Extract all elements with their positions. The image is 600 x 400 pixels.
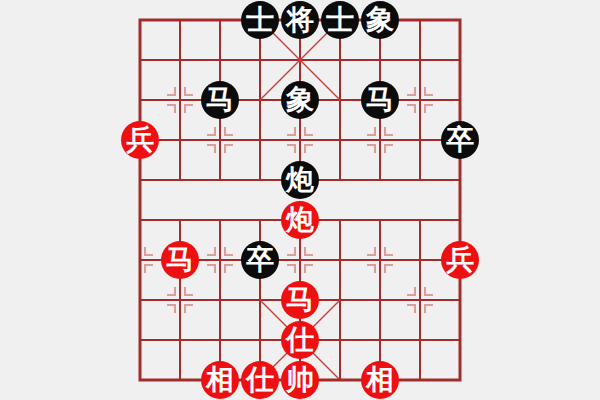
board-point[interactable]: 象: [360, 0, 400, 40]
black-cannon-piece[interactable]: 炮: [281, 161, 319, 199]
red-horse-piece[interactable]: 马: [161, 241, 199, 279]
board-point[interactable]: [120, 200, 160, 240]
board-point[interactable]: [160, 40, 200, 80]
board-point[interactable]: [240, 280, 280, 320]
board-point[interactable]: [160, 80, 200, 120]
board-point[interactable]: [200, 0, 240, 40]
board-point[interactable]: [120, 360, 160, 400]
board-point[interactable]: [440, 320, 480, 360]
red-advisor-piece[interactable]: 仕: [281, 321, 319, 359]
red-soldier-piece[interactable]: 兵: [441, 241, 479, 279]
board-point[interactable]: [440, 280, 480, 320]
board-point[interactable]: 马: [160, 240, 200, 280]
board-point[interactable]: 马: [360, 80, 400, 120]
black-soldier-piece[interactable]: 卒: [241, 241, 279, 279]
board-point[interactable]: [200, 200, 240, 240]
board-point[interactable]: 象: [280, 80, 320, 120]
black-elephant-piece[interactable]: 象: [361, 1, 399, 39]
board-point[interactable]: 马: [280, 280, 320, 320]
board-point[interactable]: [280, 40, 320, 80]
board-point[interactable]: [400, 280, 440, 320]
board-point[interactable]: [160, 280, 200, 320]
board-point[interactable]: [320, 120, 360, 160]
board-point[interactable]: [320, 160, 360, 200]
board-point[interactable]: [120, 0, 160, 40]
black-advisor-piece[interactable]: 士: [241, 1, 279, 39]
board-point[interactable]: [200, 320, 240, 360]
board-point[interactable]: [440, 160, 480, 200]
board-point[interactable]: [200, 40, 240, 80]
board-point[interactable]: [400, 360, 440, 400]
board-point[interactable]: [320, 80, 360, 120]
board-point[interactable]: 仕: [280, 320, 320, 360]
board-point[interactable]: 仕: [240, 360, 280, 400]
board-point[interactable]: [360, 320, 400, 360]
board-point[interactable]: [240, 120, 280, 160]
board-point[interactable]: [240, 160, 280, 200]
board-point[interactable]: [400, 80, 440, 120]
board-point[interactable]: [200, 120, 240, 160]
board-point[interactable]: [440, 0, 480, 40]
board-point[interactable]: [120, 280, 160, 320]
black-horse-piece[interactable]: 马: [201, 81, 239, 119]
board-point[interactable]: 卒: [440, 120, 480, 160]
board-point[interactable]: [160, 0, 200, 40]
board-point[interactable]: [320, 240, 360, 280]
board-point[interactable]: [280, 120, 320, 160]
red-horse-piece[interactable]: 马: [281, 281, 319, 319]
board-point[interactable]: [360, 120, 400, 160]
board-point[interactable]: [120, 80, 160, 120]
board-point[interactable]: [320, 40, 360, 80]
red-elephant-piece[interactable]: 相: [201, 361, 239, 399]
black-general-piece[interactable]: 将: [281, 1, 319, 39]
board-point[interactable]: [120, 40, 160, 80]
board-point[interactable]: [400, 40, 440, 80]
red-advisor-piece[interactable]: 仕: [241, 361, 279, 399]
board-point[interactable]: [160, 200, 200, 240]
board-point[interactable]: [160, 360, 200, 400]
board-point[interactable]: 将: [280, 0, 320, 40]
board-point[interactable]: 兵: [440, 240, 480, 280]
board-point[interactable]: 马: [200, 80, 240, 120]
board-point[interactable]: [360, 200, 400, 240]
board-point[interactable]: [320, 200, 360, 240]
board-point[interactable]: [400, 200, 440, 240]
board-point[interactable]: 士: [320, 0, 360, 40]
board-point[interactable]: [320, 360, 360, 400]
red-soldier-piece[interactable]: 兵: [121, 121, 159, 159]
black-soldier-piece[interactable]: 卒: [441, 121, 479, 159]
board-point[interactable]: [400, 240, 440, 280]
board-point[interactable]: [160, 120, 200, 160]
board-point[interactable]: [240, 320, 280, 360]
red-general-piece[interactable]: 帅: [281, 361, 319, 399]
board-point[interactable]: [320, 320, 360, 360]
board-point[interactable]: 帅: [280, 360, 320, 400]
board-point[interactable]: 炮: [280, 200, 320, 240]
board-point[interactable]: 卒: [240, 240, 280, 280]
board-point[interactable]: 士: [240, 0, 280, 40]
board-point[interactable]: [160, 160, 200, 200]
black-elephant-piece[interactable]: 象: [281, 81, 319, 119]
board-point[interactable]: [400, 160, 440, 200]
board-point[interactable]: [400, 120, 440, 160]
board-point[interactable]: [280, 240, 320, 280]
board-point[interactable]: [440, 360, 480, 400]
xiangqi-app: 士将士象马象马兵卒炮炮马卒兵马仕相仕帅相: [0, 0, 600, 400]
board-point[interactable]: [200, 280, 240, 320]
board-point[interactable]: [400, 320, 440, 360]
board-point[interactable]: [440, 80, 480, 120]
board-point[interactable]: [120, 320, 160, 360]
black-advisor-piece[interactable]: 士: [321, 1, 359, 39]
board-point[interactable]: [240, 40, 280, 80]
xiangqi-board: 士将士象马象马兵卒炮炮马卒兵马仕相仕帅相: [120, 0, 480, 400]
board-point[interactable]: 炮: [280, 160, 320, 200]
board-point[interactable]: 兵: [120, 120, 160, 160]
board-point[interactable]: [320, 280, 360, 320]
black-horse-piece[interactable]: 马: [361, 81, 399, 119]
board-point[interactable]: [400, 0, 440, 40]
board-point[interactable]: [120, 240, 160, 280]
board-point[interactable]: [200, 160, 240, 200]
board-point[interactable]: [440, 40, 480, 80]
board-point[interactable]: [360, 280, 400, 320]
board-point[interactable]: [360, 40, 400, 80]
board-point[interactable]: [160, 320, 200, 360]
board-point[interactable]: 相: [360, 360, 400, 400]
board-point[interactable]: [440, 200, 480, 240]
board-point[interactable]: [200, 240, 240, 280]
board-point[interactable]: [240, 200, 280, 240]
board-point[interactable]: [360, 240, 400, 280]
red-cannon-piece[interactable]: 炮: [281, 201, 319, 239]
board-point[interactable]: 相: [200, 360, 240, 400]
board-point[interactable]: [120, 160, 160, 200]
board-point[interactable]: [240, 80, 280, 120]
board-point[interactable]: [360, 160, 400, 200]
red-elephant-piece[interactable]: 相: [361, 361, 399, 399]
